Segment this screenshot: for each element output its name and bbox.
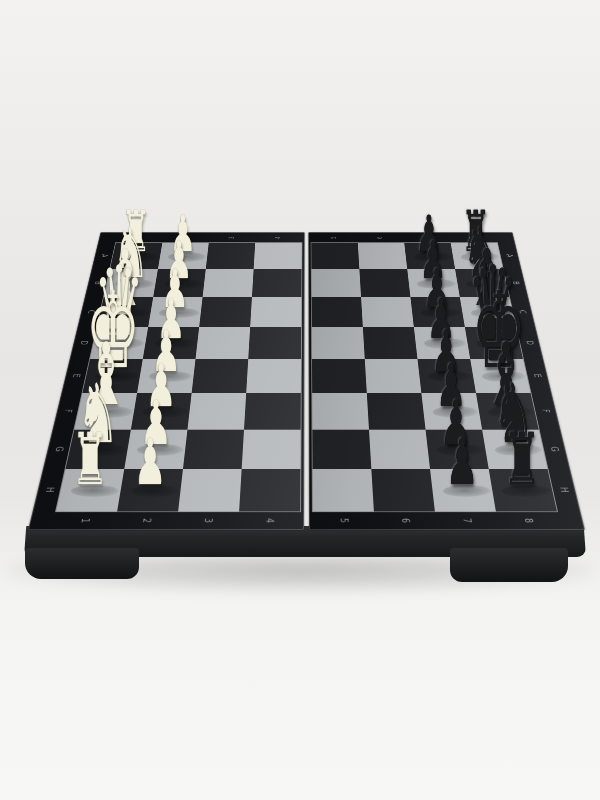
- black-rook[interactable]: ♜: [503, 423, 540, 494]
- white-pawn[interactable]: ♟: [134, 431, 167, 495]
- photo-scene: 1234 ABCDEFGH 1234 5678 ABCDEFGH 5678 ♜♞…: [0, 0, 600, 800]
- white-rook[interactable]: ♜: [72, 423, 109, 494]
- pieces-layer: ♜♞♝♛♚♝♞♜♟♟♟♟♟♟♟♟♟♟♟♟♟♟♟♟♜♞♝♛♚♝♞♜: [0, 0, 600, 800]
- black-pawn[interactable]: ♟: [445, 431, 478, 495]
